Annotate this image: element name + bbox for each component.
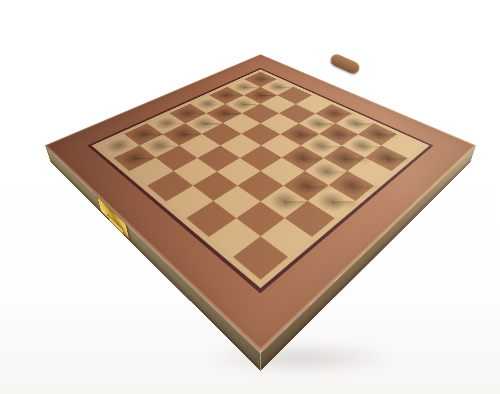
chess-box: ♜♞♝♛♚♝♞♜♟♟♟♟♟♟♟♟♟♟♜♟♝♚♞♟♟♛♞♝♟♟♜♟ — [45, 54, 476, 352]
piece-glyph: ♟ — [107, 105, 161, 165]
chess-board: ♜♞♝♛♚♝♞♜♟♟♟♟♟♟♟♟♟♟♜♟♝♚♞♟♟♛♞♝♟♟♜♟ — [45, 54, 476, 352]
product-photo: ♜♞♝♛♚♝♞♜♟♟♟♟♟♟♟♟♟♟♜♟♝♚♞♟♟♛♞♝♟♟♜♟ — [0, 0, 500, 394]
ground-shadow — [170, 336, 430, 380]
piece-glyph: ♟ — [301, 141, 362, 209]
pieces-layer: ♜♞♝♛♚♝♞♜♟♟♟♟♟♟♟♟♟♟♜♟♝♚♞♟♟♛♞♝♟♟♜♟ — [45, 54, 476, 352]
